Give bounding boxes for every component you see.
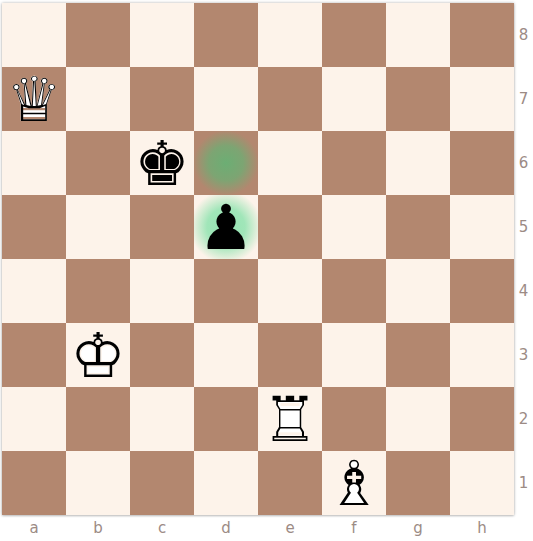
square-g3[interactable] [386,323,450,387]
square-e1[interactable] [258,451,322,515]
square-b6[interactable] [66,131,130,195]
rank-label-1: 1 [514,451,533,515]
square-h4[interactable] [450,259,514,323]
square-g1[interactable] [386,451,450,515]
file-label-e: e [258,515,322,541]
file-label-h: h [450,515,514,541]
square-d3[interactable] [194,323,258,387]
square-c2[interactable] [130,387,194,451]
square-h6[interactable] [450,131,514,195]
black-king[interactable]: ♚ [130,131,194,195]
square-a7[interactable]: ♛♕ [2,67,66,131]
file-label-d: d [194,515,258,541]
square-f8[interactable] [322,3,386,67]
black-pawn[interactable]: ♟ [194,195,258,259]
last-move-highlight-d6 [194,131,258,195]
square-e3[interactable] [258,323,322,387]
chess-board: ♛♕♚♟♚♔♜♖♝♗ [2,3,514,515]
square-h7[interactable] [450,67,514,131]
file-label-c: c [130,515,194,541]
white-bishop[interactable]: ♝♗ [322,451,386,515]
square-c3[interactable] [130,323,194,387]
square-b4[interactable] [66,259,130,323]
square-f3[interactable] [322,323,386,387]
square-f2[interactable] [322,387,386,451]
square-d1[interactable] [194,451,258,515]
square-b5[interactable] [66,195,130,259]
square-c5[interactable] [130,195,194,259]
square-d8[interactable] [194,3,258,67]
square-g8[interactable] [386,3,450,67]
square-c8[interactable] [130,3,194,67]
rank-label-6: 6 [514,131,533,195]
square-d6[interactable] [194,131,258,195]
square-d2[interactable] [194,387,258,451]
square-c7[interactable] [130,67,194,131]
square-e7[interactable] [258,67,322,131]
square-g5[interactable] [386,195,450,259]
square-a5[interactable] [2,195,66,259]
square-f1[interactable]: ♝♗ [322,451,386,515]
white-king[interactable]: ♚♔ [66,323,130,387]
rank-label-7: 7 [514,67,533,131]
black-pawn-glyph: ♟ [194,195,258,259]
square-b2[interactable] [66,387,130,451]
rank-label-3: 3 [514,323,533,387]
square-h3[interactable] [450,323,514,387]
square-a6[interactable] [2,131,66,195]
square-h1[interactable] [450,451,514,515]
square-h5[interactable] [450,195,514,259]
square-a8[interactable] [2,3,66,67]
rank-label-4: 4 [514,259,533,323]
file-label-g: g [386,515,450,541]
white-rook-outline: ♖ [258,387,322,451]
square-c4[interactable] [130,259,194,323]
file-label-f: f [322,515,386,541]
file-label-b: b [66,515,130,541]
square-c6[interactable]: ♚ [130,131,194,195]
square-f5[interactable] [322,195,386,259]
square-e6[interactable] [258,131,322,195]
square-d4[interactable] [194,259,258,323]
square-b7[interactable] [66,67,130,131]
square-a3[interactable] [2,323,66,387]
square-e5[interactable] [258,195,322,259]
square-g2[interactable] [386,387,450,451]
file-coordinates: abcdefgh [2,515,514,541]
file-label-a: a [2,515,66,541]
square-b1[interactable] [66,451,130,515]
white-queen[interactable]: ♛♕ [2,67,66,131]
square-a2[interactable] [2,387,66,451]
square-f7[interactable] [322,67,386,131]
square-g4[interactable] [386,259,450,323]
rank-label-8: 8 [514,3,533,67]
rank-label-5: 5 [514,195,533,259]
white-rook[interactable]: ♜♖ [258,387,322,451]
square-e8[interactable] [258,3,322,67]
square-d5[interactable]: ♟ [194,195,258,259]
square-d7[interactable] [194,67,258,131]
square-f4[interactable] [322,259,386,323]
square-b8[interactable] [66,3,130,67]
white-bishop-outline: ♗ [322,451,386,515]
square-g6[interactable] [386,131,450,195]
black-king-glyph: ♚ [130,131,194,195]
square-g7[interactable] [386,67,450,131]
square-f6[interactable] [322,131,386,195]
square-b3[interactable]: ♚♔ [66,323,130,387]
square-a1[interactable] [2,451,66,515]
rank-coordinates: 87654321 [514,3,533,515]
square-e2[interactable]: ♜♖ [258,387,322,451]
square-a4[interactable] [2,259,66,323]
square-h2[interactable] [450,387,514,451]
square-e4[interactable] [258,259,322,323]
square-h8[interactable] [450,3,514,67]
chess-app: ♛♕♚♟♚♔♜♖♝♗ 87654321 abcdefgh [0,0,533,541]
white-king-outline: ♔ [66,323,130,387]
square-c1[interactable] [130,451,194,515]
white-queen-outline: ♕ [2,67,66,131]
rank-label-2: 2 [514,387,533,451]
